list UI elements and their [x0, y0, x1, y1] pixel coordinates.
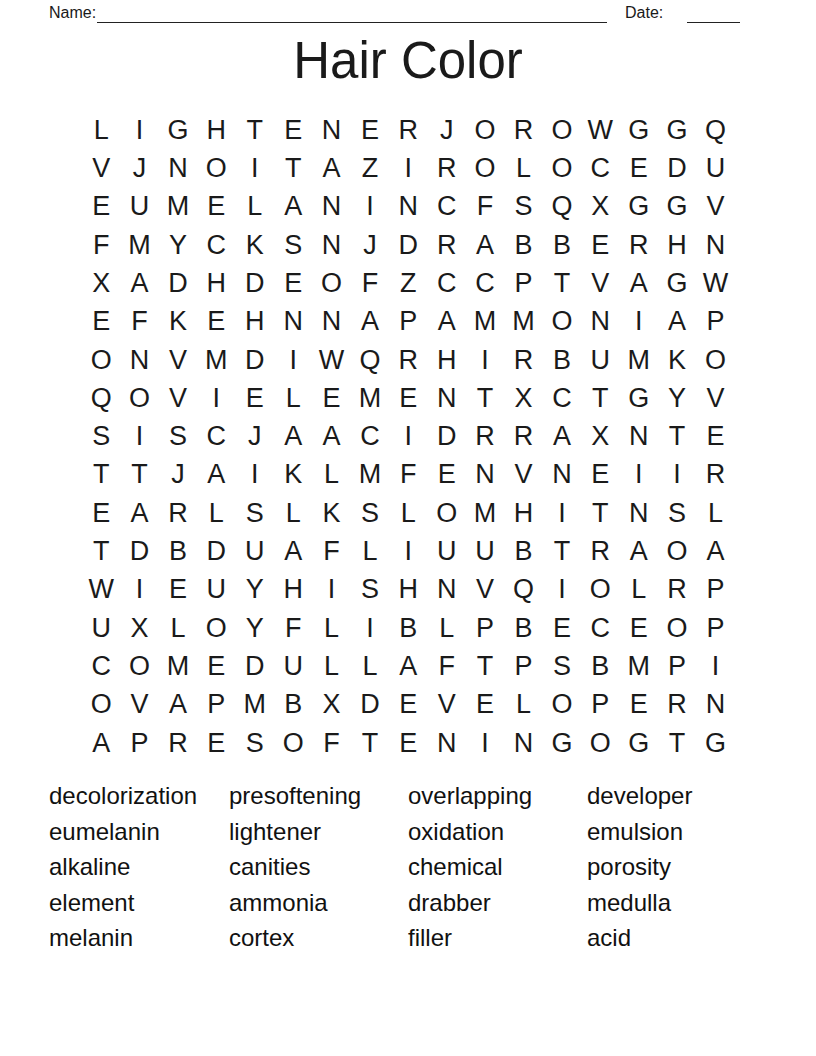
grid-cell-r10c17: R: [696, 456, 734, 494]
grid-cell-r10c10: E: [428, 456, 466, 494]
grid-cell-r2c5: I: [236, 149, 274, 187]
grid-cell-r2c9: I: [389, 149, 427, 187]
grid-cell-r7c8: Q: [351, 341, 389, 379]
grid-cell-r14c2: X: [120, 609, 158, 647]
grid-cell-r4c11: A: [466, 226, 504, 264]
grid-cell-r2c17: U: [696, 149, 734, 187]
grid-cell-r1c6: E: [274, 111, 312, 149]
word-list-item: melanin: [49, 920, 197, 956]
grid-cell-r3c1: E: [82, 188, 120, 226]
grid-cell-r6c13: O: [543, 303, 581, 341]
grid-cell-r5c15: A: [619, 264, 657, 302]
grid-cell-r4c12: B: [504, 226, 542, 264]
grid-cell-r9c16: T: [658, 418, 696, 456]
grid-cell-r5c9: Z: [389, 264, 427, 302]
grid-cell-r8c4: I: [197, 379, 235, 417]
grid-cell-r15c15: M: [619, 647, 657, 685]
grid-cell-r12c8: L: [351, 532, 389, 570]
grid-cell-r13c8: S: [351, 571, 389, 609]
grid-cell-r16c7: X: [312, 686, 350, 724]
grid-cell-r13c16: R: [658, 571, 696, 609]
grid-cell-r11c1: E: [82, 494, 120, 532]
grid-cell-r12c1: T: [82, 532, 120, 570]
word-list-item: cortex: [229, 920, 361, 956]
word-list-item: medulla: [587, 885, 692, 921]
grid-cell-r5c7: O: [312, 264, 350, 302]
grid-cell-r1c8: E: [351, 111, 389, 149]
word-list-item: drabber: [408, 885, 532, 921]
grid-cell-r14c5: Y: [236, 609, 274, 647]
grid-cell-r8c2: O: [120, 379, 158, 417]
grid-cell-r1c13: O: [543, 111, 581, 149]
grid-cell-r12c3: B: [159, 532, 197, 570]
grid-cell-r14c4: O: [197, 609, 235, 647]
grid-cell-r14c7: L: [312, 609, 350, 647]
grid-cell-r11c15: N: [619, 494, 657, 532]
grid-cell-r5c17: W: [696, 264, 734, 302]
grid-cell-r15c12: P: [504, 647, 542, 685]
grid-cell-r8c7: E: [312, 379, 350, 417]
letter-grid: LIGHTENERJOROWGGQVJNOITAZIROLOCEDUEUMELA…: [82, 111, 735, 762]
grid-cell-r4c10: R: [428, 226, 466, 264]
grid-cell-r17c16: T: [658, 724, 696, 762]
grid-cell-r17c4: E: [197, 724, 235, 762]
grid-cell-r2c1: V: [82, 149, 120, 187]
grid-cell-r7c16: K: [658, 341, 696, 379]
grid-cell-r10c12: V: [504, 456, 542, 494]
grid-cell-r13c13: I: [543, 571, 581, 609]
grid-cell-r8c11: T: [466, 379, 504, 417]
grid-cell-r10c4: A: [197, 456, 235, 494]
word-list-item: ammonia: [229, 885, 361, 921]
word-list-item: porosity: [587, 849, 692, 885]
grid-cell-r8c13: C: [543, 379, 581, 417]
grid-cell-r16c6: B: [274, 686, 312, 724]
grid-cell-r2c4: O: [197, 149, 235, 187]
grid-cell-r2c3: N: [159, 149, 197, 187]
grid-cell-r15c2: O: [120, 647, 158, 685]
grid-cell-r15c11: T: [466, 647, 504, 685]
word-list-item: canities: [229, 849, 361, 885]
grid-cell-r7c5: D: [236, 341, 274, 379]
grid-cell-r5c13: T: [543, 264, 581, 302]
word-list-column-3: overlappingoxidationchemicaldrabberfille…: [408, 778, 532, 956]
grid-cell-r12c6: A: [274, 532, 312, 570]
grid-cell-r9c4: C: [197, 418, 235, 456]
grid-cell-r16c11: E: [466, 686, 504, 724]
grid-cell-r2c16: D: [658, 149, 696, 187]
grid-cell-r7c17: O: [696, 341, 734, 379]
grid-cell-r17c5: S: [236, 724, 274, 762]
grid-cell-r7c11: I: [466, 341, 504, 379]
grid-cell-r1c3: G: [159, 111, 197, 149]
grid-cell-r13c14: O: [581, 571, 619, 609]
grid-cell-r17c15: G: [619, 724, 657, 762]
grid-cell-r4c4: C: [197, 226, 235, 264]
grid-cell-r3c2: U: [120, 188, 158, 226]
grid-cell-r17c12: N: [504, 724, 542, 762]
grid-cell-r5c14: V: [581, 264, 619, 302]
grid-cell-r13c1: W: [82, 571, 120, 609]
grid-cell-r11c6: L: [274, 494, 312, 532]
grid-cell-r3c8: I: [351, 188, 389, 226]
grid-cell-r3c13: Q: [543, 188, 581, 226]
grid-cell-r4c5: K: [236, 226, 274, 264]
grid-cell-r13c3: E: [159, 571, 197, 609]
grid-cell-r16c16: R: [658, 686, 696, 724]
grid-cell-r12c11: U: [466, 532, 504, 570]
grid-cell-r14c10: L: [428, 609, 466, 647]
grid-cell-r10c9: F: [389, 456, 427, 494]
grid-cell-r10c2: T: [120, 456, 158, 494]
grid-cell-r8c8: M: [351, 379, 389, 417]
grid-cell-r14c16: O: [658, 609, 696, 647]
grid-cell-r11c16: S: [658, 494, 696, 532]
word-list-column-4: developeremulsionporositymedullaacid: [587, 778, 692, 956]
grid-cell-r2c12: L: [504, 149, 542, 187]
grid-cell-r9c2: I: [120, 418, 158, 456]
grid-cell-r7c4: M: [197, 341, 235, 379]
grid-cell-r5c3: D: [159, 264, 197, 302]
grid-cell-r17c7: F: [312, 724, 350, 762]
grid-cell-r7c6: I: [274, 341, 312, 379]
grid-cell-r4c7: N: [312, 226, 350, 264]
grid-cell-r3c10: C: [428, 188, 466, 226]
grid-cell-r6c3: K: [159, 303, 197, 341]
grid-cell-r9c3: S: [159, 418, 197, 456]
grid-cell-r11c2: A: [120, 494, 158, 532]
grid-cell-r10c1: T: [82, 456, 120, 494]
grid-cell-r11c7: K: [312, 494, 350, 532]
grid-cell-r3c11: F: [466, 188, 504, 226]
grid-cell-r7c12: R: [504, 341, 542, 379]
grid-cell-r8c3: V: [159, 379, 197, 417]
grid-cell-r8c14: T: [581, 379, 619, 417]
grid-cell-r5c8: F: [351, 264, 389, 302]
grid-cell-r15c6: U: [274, 647, 312, 685]
grid-cell-r12c7: F: [312, 532, 350, 570]
word-list-item: element: [49, 885, 197, 921]
grid-cell-r14c17: P: [696, 609, 734, 647]
grid-cell-r9c17: E: [696, 418, 734, 456]
grid-cell-r9c5: J: [236, 418, 274, 456]
grid-cell-r8c16: Y: [658, 379, 696, 417]
grid-cell-r2c14: C: [581, 149, 619, 187]
word-list: decolorizationeumelaninalkalineelementme…: [0, 778, 816, 978]
word-list-column-1: decolorizationeumelaninalkalineelementme…: [49, 778, 197, 956]
grid-cell-r15c17: I: [696, 647, 734, 685]
grid-cell-r17c9: E: [389, 724, 427, 762]
puzzle-title: Hair Color: [0, 31, 816, 90]
grid-cell-r8c12: X: [504, 379, 542, 417]
grid-cell-r13c5: Y: [236, 571, 274, 609]
grid-cell-r13c9: H: [389, 571, 427, 609]
grid-cell-r13c6: H: [274, 571, 312, 609]
grid-cell-r11c5: S: [236, 494, 274, 532]
grid-cell-r4c8: J: [351, 226, 389, 264]
grid-cell-r6c6: N: [274, 303, 312, 341]
grid-cell-r14c14: C: [581, 609, 619, 647]
grid-cell-r1c9: R: [389, 111, 427, 149]
grid-cell-r6c15: I: [619, 303, 657, 341]
grid-cell-r3c15: G: [619, 188, 657, 226]
grid-cell-r2c8: Z: [351, 149, 389, 187]
grid-cell-r16c1: O: [82, 686, 120, 724]
grid-cell-r11c13: I: [543, 494, 581, 532]
grid-cell-r3c17: V: [696, 188, 734, 226]
grid-cell-r2c13: O: [543, 149, 581, 187]
grid-cell-r14c6: F: [274, 609, 312, 647]
grid-cell-r11c11: M: [466, 494, 504, 532]
grid-cell-r5c16: G: [658, 264, 696, 302]
grid-cell-r14c9: B: [389, 609, 427, 647]
grid-cell-r10c15: I: [619, 456, 657, 494]
grid-cell-r16c8: D: [351, 686, 389, 724]
grid-cell-r16c4: P: [197, 686, 235, 724]
grid-cell-r17c17: G: [696, 724, 734, 762]
grid-cell-r4c15: R: [619, 226, 657, 264]
grid-cell-r7c1: O: [82, 341, 120, 379]
grid-cell-r12c5: U: [236, 532, 274, 570]
grid-cell-r16c15: E: [619, 686, 657, 724]
grid-cell-r15c9: A: [389, 647, 427, 685]
grid-cell-r16c10: V: [428, 686, 466, 724]
grid-cell-r16c3: A: [159, 686, 197, 724]
word-list-item: eumelanin: [49, 814, 197, 850]
grid-cell-r1c2: I: [120, 111, 158, 149]
grid-cell-r12c9: I: [389, 532, 427, 570]
grid-cell-r3c7: N: [312, 188, 350, 226]
grid-cell-r3c16: G: [658, 188, 696, 226]
grid-cell-r10c8: M: [351, 456, 389, 494]
grid-cell-r5c10: C: [428, 264, 466, 302]
grid-cell-r2c7: A: [312, 149, 350, 187]
grid-cell-r16c12: L: [504, 686, 542, 724]
grid-cell-r13c17: P: [696, 571, 734, 609]
word-list-item: oxidation: [408, 814, 532, 850]
grid-cell-r6c9: P: [389, 303, 427, 341]
grid-cell-r7c13: B: [543, 341, 581, 379]
grid-cell-r4c3: Y: [159, 226, 197, 264]
grid-cell-r6c12: M: [504, 303, 542, 341]
grid-cell-r6c4: E: [197, 303, 235, 341]
grid-cell-r5c1: X: [82, 264, 120, 302]
grid-cell-r9c9: I: [389, 418, 427, 456]
grid-cell-r5c11: C: [466, 264, 504, 302]
grid-cell-r17c11: I: [466, 724, 504, 762]
grid-cell-r12c17: A: [696, 532, 734, 570]
grid-cell-r5c2: A: [120, 264, 158, 302]
grid-cell-r15c13: S: [543, 647, 581, 685]
grid-cell-r11c3: R: [159, 494, 197, 532]
grid-cell-r12c2: D: [120, 532, 158, 570]
grid-cell-r7c9: R: [389, 341, 427, 379]
grid-cell-r11c8: S: [351, 494, 389, 532]
grid-cell-r17c6: O: [274, 724, 312, 762]
word-list-item: presoftening: [229, 778, 361, 814]
grid-cell-r6c8: A: [351, 303, 389, 341]
grid-cell-r9c11: R: [466, 418, 504, 456]
grid-cell-r11c12: H: [504, 494, 542, 532]
grid-cell-r8c6: L: [274, 379, 312, 417]
grid-cell-r2c10: R: [428, 149, 466, 187]
grid-cell-r3c5: L: [236, 188, 274, 226]
grid-cell-r1c11: O: [466, 111, 504, 149]
grid-cell-r16c13: O: [543, 686, 581, 724]
grid-cell-r2c11: O: [466, 149, 504, 187]
grid-cell-r6c5: H: [236, 303, 274, 341]
grid-cell-r10c5: I: [236, 456, 274, 494]
grid-cell-r15c10: F: [428, 647, 466, 685]
grid-cell-r8c9: E: [389, 379, 427, 417]
grid-cell-r12c4: D: [197, 532, 235, 570]
word-list-item: developer: [587, 778, 692, 814]
grid-cell-r7c7: W: [312, 341, 350, 379]
grid-cell-r1c14: W: [581, 111, 619, 149]
grid-cell-r9c6: A: [274, 418, 312, 456]
grid-cell-r17c8: T: [351, 724, 389, 762]
word-list-item: chemical: [408, 849, 532, 885]
grid-cell-r13c4: U: [197, 571, 235, 609]
grid-cell-r16c14: P: [581, 686, 619, 724]
grid-cell-r8c5: E: [236, 379, 274, 417]
grid-cell-r2c6: T: [274, 149, 312, 187]
grid-cell-r13c7: I: [312, 571, 350, 609]
name-fill-line: [97, 2, 607, 23]
grid-cell-r7c15: M: [619, 341, 657, 379]
grid-cell-r14c11: P: [466, 609, 504, 647]
grid-cell-r12c14: R: [581, 532, 619, 570]
grid-cell-r3c14: X: [581, 188, 619, 226]
grid-cell-r8c17: V: [696, 379, 734, 417]
grid-cell-r5c12: P: [504, 264, 542, 302]
word-list-column-2: presofteninglightenercanitiesammoniacort…: [229, 778, 361, 956]
grid-cell-r11c4: L: [197, 494, 235, 532]
word-list-item: filler: [408, 920, 532, 956]
grid-cell-r6c10: A: [428, 303, 466, 341]
grid-cell-r16c9: E: [389, 686, 427, 724]
grid-cell-r9c10: D: [428, 418, 466, 456]
grid-cell-r3c3: M: [159, 188, 197, 226]
grid-cell-r11c10: O: [428, 494, 466, 532]
grid-cell-r4c17: N: [696, 226, 734, 264]
grid-cell-r1c16: G: [658, 111, 696, 149]
grid-cell-r13c2: I: [120, 571, 158, 609]
grid-cell-r11c17: L: [696, 494, 734, 532]
grid-cell-r15c8: L: [351, 647, 389, 685]
grid-cell-r12c10: U: [428, 532, 466, 570]
grid-cell-r10c14: E: [581, 456, 619, 494]
grid-cell-r4c16: H: [658, 226, 696, 264]
grid-cell-r4c13: B: [543, 226, 581, 264]
grid-cell-r15c5: D: [236, 647, 274, 685]
grid-cell-r14c13: E: [543, 609, 581, 647]
grid-cell-r13c11: V: [466, 571, 504, 609]
grid-cell-r16c2: V: [120, 686, 158, 724]
grid-cell-r12c13: T: [543, 532, 581, 570]
grid-cell-r17c14: O: [581, 724, 619, 762]
grid-cell-r9c7: A: [312, 418, 350, 456]
grid-cell-r9c15: N: [619, 418, 657, 456]
grid-cell-r2c15: E: [619, 149, 657, 187]
grid-cell-r10c3: J: [159, 456, 197, 494]
grid-cell-r1c10: J: [428, 111, 466, 149]
grid-cell-r3c12: S: [504, 188, 542, 226]
grid-cell-r6c7: N: [312, 303, 350, 341]
grid-cell-r7c2: N: [120, 341, 158, 379]
grid-cell-r3c6: A: [274, 188, 312, 226]
grid-cell-r17c13: G: [543, 724, 581, 762]
date-label: Date:: [625, 4, 663, 22]
grid-cell-r14c12: B: [504, 609, 542, 647]
grid-cell-r5c5: D: [236, 264, 274, 302]
grid-cell-r7c10: H: [428, 341, 466, 379]
grid-cell-r9c1: S: [82, 418, 120, 456]
grid-cell-r17c3: R: [159, 724, 197, 762]
grid-cell-r15c1: C: [82, 647, 120, 685]
grid-cell-r14c3: L: [159, 609, 197, 647]
grid-cell-r4c9: D: [389, 226, 427, 264]
grid-cell-r4c2: M: [120, 226, 158, 264]
grid-cell-r1c17: Q: [696, 111, 734, 149]
grid-cell-r3c9: N: [389, 188, 427, 226]
grid-cell-r10c7: L: [312, 456, 350, 494]
grid-cell-r6c1: E: [82, 303, 120, 341]
grid-cell-r1c4: H: [197, 111, 235, 149]
grid-cell-r16c5: M: [236, 686, 274, 724]
grid-cell-r12c12: B: [504, 532, 542, 570]
grid-cell-r14c15: E: [619, 609, 657, 647]
grid-cell-r5c4: H: [197, 264, 235, 302]
grid-cell-r17c2: P: [120, 724, 158, 762]
grid-cell-r6c11: M: [466, 303, 504, 341]
grid-cell-r10c11: N: [466, 456, 504, 494]
grid-cell-r15c14: B: [581, 647, 619, 685]
grid-cell-r17c1: A: [82, 724, 120, 762]
grid-cell-r11c9: L: [389, 494, 427, 532]
grid-cell-r10c6: K: [274, 456, 312, 494]
grid-cell-r6c14: N: [581, 303, 619, 341]
word-list-item: acid: [587, 920, 692, 956]
grid-cell-r17c10: N: [428, 724, 466, 762]
word-list-item: lightener: [229, 814, 361, 850]
grid-cell-r10c13: N: [543, 456, 581, 494]
word-list-item: overlapping: [408, 778, 532, 814]
grid-cell-r1c15: G: [619, 111, 657, 149]
grid-cell-r6c16: A: [658, 303, 696, 341]
grid-cell-r6c17: P: [696, 303, 734, 341]
grid-cell-r4c1: F: [82, 226, 120, 264]
grid-cell-r12c16: O: [658, 532, 696, 570]
grid-cell-r1c7: N: [312, 111, 350, 149]
grid-cell-r10c16: I: [658, 456, 696, 494]
word-list-item: emulsion: [587, 814, 692, 850]
grid-cell-r8c1: Q: [82, 379, 120, 417]
grid-cell-r9c14: X: [581, 418, 619, 456]
grid-cell-r3c4: E: [197, 188, 235, 226]
grid-cell-r15c7: L: [312, 647, 350, 685]
word-list-item: decolorization: [49, 778, 197, 814]
grid-cell-r7c3: V: [159, 341, 197, 379]
grid-cell-r9c8: C: [351, 418, 389, 456]
grid-cell-r1c12: R: [504, 111, 542, 149]
grid-cell-r4c14: E: [581, 226, 619, 264]
date-fill-line: [687, 2, 740, 23]
grid-cell-r7c14: U: [581, 341, 619, 379]
word-list-item: alkaline: [49, 849, 197, 885]
grid-cell-r11c14: T: [581, 494, 619, 532]
grid-cell-r13c12: Q: [504, 571, 542, 609]
